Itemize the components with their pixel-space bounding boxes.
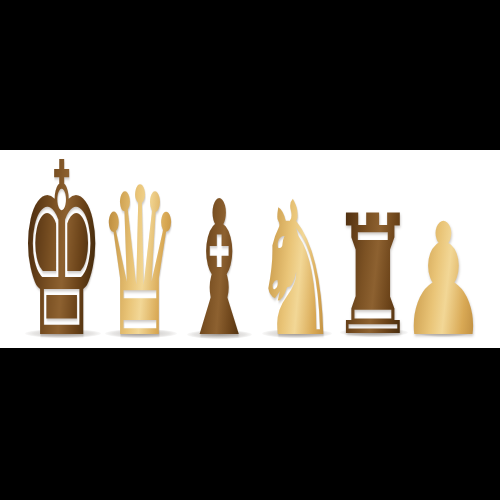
king-piece-icon: ♚ <box>19 131 105 371</box>
pawn-piece-icon: ♟ <box>399 203 488 358</box>
queen-piece-icon: ♛ <box>99 161 182 366</box>
bishop-piece-icon: ♝ <box>181 177 256 363</box>
product-photo-frame: ♚ ♛ ♝ ♞ ♜ ♟ <box>0 0 500 500</box>
letterbox-bar-bottom <box>0 348 500 500</box>
knight-piece-icon: ♞ <box>253 178 339 363</box>
photo-stage: ♚ ♛ ♝ ♞ ♜ ♟ <box>0 150 500 348</box>
